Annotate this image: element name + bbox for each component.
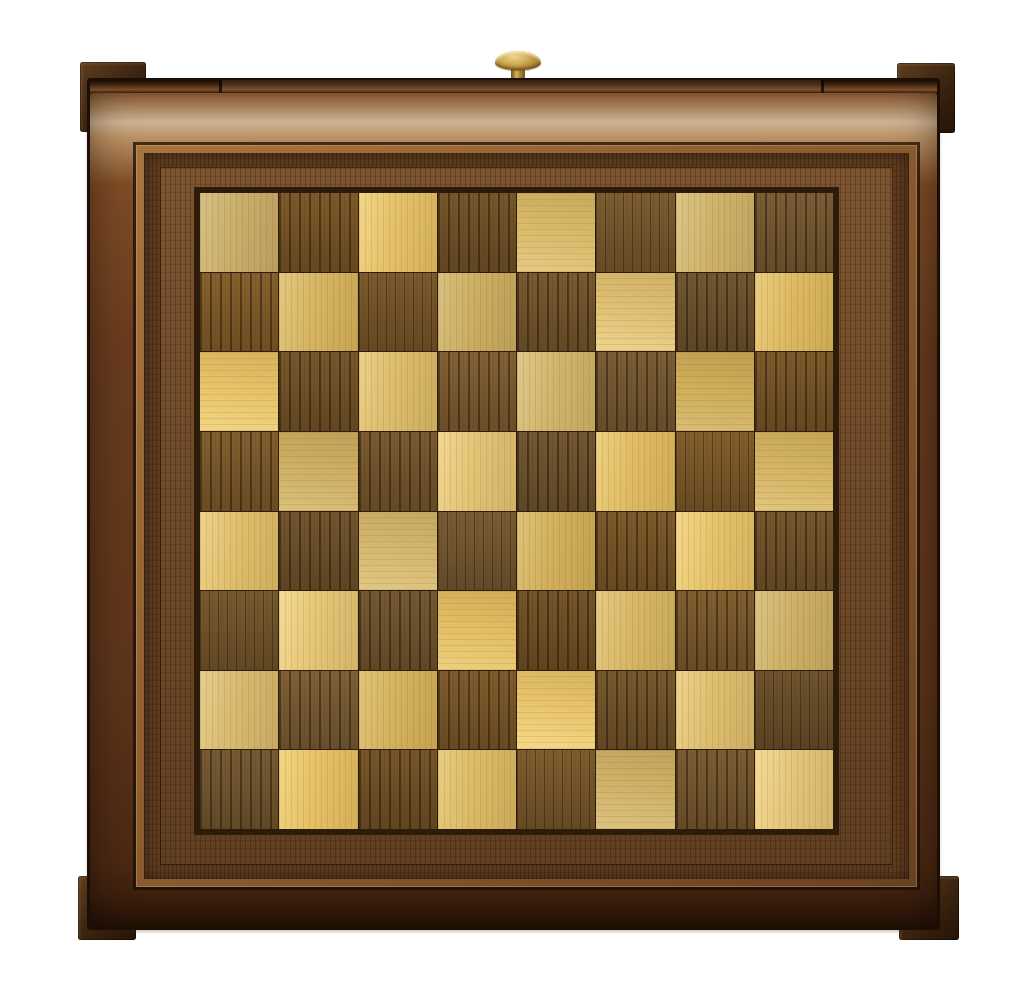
square-f2[interactable] — [596, 671, 674, 750]
square-a7[interactable] — [200, 273, 278, 352]
square-b5[interactable] — [279, 432, 357, 511]
square-d4[interactable] — [438, 512, 516, 591]
brass-drawer-knob[interactable] — [495, 51, 541, 70]
square-f8[interactable] — [596, 193, 674, 272]
square-b4[interactable] — [279, 512, 357, 591]
square-d5[interactable] — [438, 432, 516, 511]
square-g6[interactable] — [676, 352, 754, 431]
product-photo-canvas — [0, 0, 1024, 1005]
square-d6[interactable] — [438, 352, 516, 431]
square-c8[interactable] — [359, 193, 437, 272]
square-h8[interactable] — [755, 193, 833, 272]
square-d3[interactable] — [438, 591, 516, 670]
square-b1[interactable] — [279, 750, 357, 829]
square-g5[interactable] — [676, 432, 754, 511]
square-a3[interactable] — [200, 591, 278, 670]
square-h6[interactable] — [755, 352, 833, 431]
outer-frame — [87, 78, 940, 930]
square-h3[interactable] — [755, 591, 833, 670]
square-b6[interactable] — [279, 352, 357, 431]
square-d2[interactable] — [438, 671, 516, 750]
square-f4[interactable] — [596, 512, 674, 591]
square-g8[interactable] — [676, 193, 754, 272]
square-d1[interactable] — [438, 750, 516, 829]
square-h1[interactable] — [755, 750, 833, 829]
square-b8[interactable] — [279, 193, 357, 272]
square-h5[interactable] — [755, 432, 833, 511]
square-g3[interactable] — [676, 591, 754, 670]
square-f7[interactable] — [596, 273, 674, 352]
square-c5[interactable] — [359, 432, 437, 511]
square-c1[interactable] — [359, 750, 437, 829]
square-c7[interactable] — [359, 273, 437, 352]
square-a1[interactable] — [200, 750, 278, 829]
square-c3[interactable] — [359, 591, 437, 670]
square-g1[interactable] — [676, 750, 754, 829]
square-e8[interactable] — [517, 193, 595, 272]
square-a6[interactable] — [200, 352, 278, 431]
square-e2[interactable] — [517, 671, 595, 750]
square-d7[interactable] — [438, 273, 516, 352]
square-a8[interactable] — [200, 193, 278, 272]
square-a2[interactable] — [200, 671, 278, 750]
square-e3[interactable] — [517, 591, 595, 670]
square-a5[interactable] — [200, 432, 278, 511]
square-c2[interactable] — [359, 671, 437, 750]
square-g7[interactable] — [676, 273, 754, 352]
frame-beveled-face — [90, 93, 937, 927]
square-f3[interactable] — [596, 591, 674, 670]
square-b3[interactable] — [279, 591, 357, 670]
square-g2[interactable] — [676, 671, 754, 750]
square-f6[interactable] — [596, 352, 674, 431]
square-h2[interactable] — [755, 671, 833, 750]
square-h4[interactable] — [755, 512, 833, 591]
square-e5[interactable] — [517, 432, 595, 511]
square-g4[interactable] — [676, 512, 754, 591]
square-d8[interactable] — [438, 193, 516, 272]
square-f1[interactable] — [596, 750, 674, 829]
square-e7[interactable] — [517, 273, 595, 352]
square-b7[interactable] — [279, 273, 357, 352]
square-b2[interactable] — [279, 671, 357, 750]
square-e6[interactable] — [517, 352, 595, 431]
square-a4[interactable] — [200, 512, 278, 591]
square-e1[interactable] — [517, 750, 595, 829]
square-f5[interactable] — [596, 432, 674, 511]
square-h7[interactable] — [755, 273, 833, 352]
square-c6[interactable] — [359, 352, 437, 431]
square-c4[interactable] — [359, 512, 437, 591]
square-e4[interactable] — [517, 512, 595, 591]
chess-board — [200, 193, 833, 829]
